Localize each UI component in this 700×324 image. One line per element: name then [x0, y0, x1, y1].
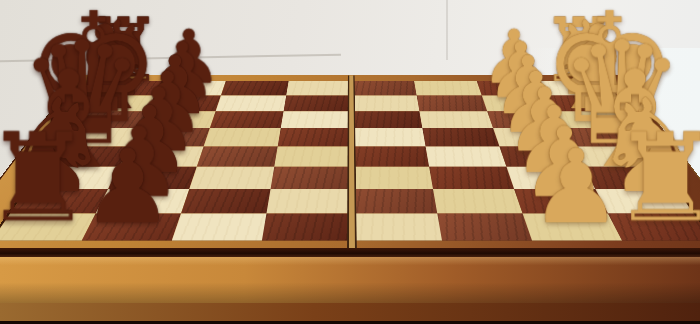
board-box-lower-edge: [0, 303, 700, 321]
square-h5[interactable]: [286, 81, 351, 95]
square-b6[interactable]: [181, 189, 270, 213]
square-c3[interactable]: [429, 167, 514, 189]
square-d5[interactable]: [274, 147, 351, 167]
square-a5[interactable]: [262, 213, 352, 240]
square-g3[interactable]: [417, 96, 488, 112]
square-a1[interactable]: ♜: [608, 213, 700, 240]
square-f4[interactable]: [351, 111, 422, 128]
piece-a2-white-pawn[interactable]: ♟: [530, 136, 622, 238]
square-f5[interactable]: [281, 111, 352, 128]
square-c4[interactable]: [352, 167, 433, 189]
board-box-front: [0, 257, 700, 303]
square-c6[interactable]: [189, 167, 274, 189]
square-h4[interactable]: [351, 81, 416, 95]
chess-board[interactable]: ♜♟♟♜♞♟♟♞♝♟♟♝♚♟♟♚♛♟♟♛♝♟♟♝♞♟♟♞♜♟♟♜: [0, 75, 700, 252]
square-g6[interactable]: [216, 96, 287, 112]
square-d4[interactable]: [352, 147, 429, 167]
square-e3[interactable]: [422, 128, 499, 146]
square-d3[interactable]: [426, 147, 507, 167]
board-edge-groove: [0, 248, 700, 257]
square-a7[interactable]: ♟: [82, 213, 181, 240]
chess-photo-scene: ♜♟♟♜♞♟♟♞♝♟♟♝♚♟♟♚♛♟♟♛♝♟♟♝♞♟♟♞♜♟♟♜: [0, 0, 700, 324]
square-e5[interactable]: [278, 128, 352, 146]
square-a4[interactable]: [352, 213, 442, 240]
square-h6[interactable]: [221, 81, 289, 95]
square-g4[interactable]: [351, 96, 419, 112]
square-a2[interactable]: ♟: [523, 213, 622, 240]
piece-a7-black-pawn[interactable]: ♟: [82, 136, 174, 238]
square-b3[interactable]: [433, 189, 523, 213]
square-c5[interactable]: [271, 167, 352, 189]
square-e6[interactable]: [204, 128, 281, 146]
piece-a8-black-rook[interactable]: ♜: [0, 116, 93, 238]
square-h3[interactable]: [414, 81, 482, 95]
square-b5[interactable]: [266, 189, 351, 213]
square-f6[interactable]: [210, 111, 284, 128]
square-a3[interactable]: [437, 213, 532, 240]
square-g5[interactable]: [284, 96, 352, 112]
square-f3[interactable]: [419, 111, 493, 128]
square-a6[interactable]: [172, 213, 267, 240]
square-d6[interactable]: [197, 147, 278, 167]
square-e4[interactable]: [352, 128, 426, 146]
square-b4[interactable]: [352, 189, 437, 213]
piece-a1-white-rook[interactable]: ♜: [611, 116, 700, 238]
